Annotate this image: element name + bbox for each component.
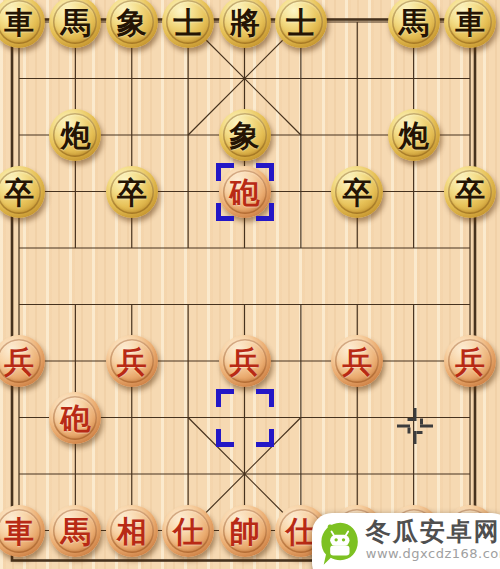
piece-glyph: 車 — [4, 8, 34, 38]
piece-glyph: 車 — [455, 8, 485, 38]
piece-glyph: 車 — [4, 517, 34, 547]
piece-black-soldier[interactable]: 卒 — [331, 166, 383, 218]
piece-glyph: 象 — [117, 8, 147, 38]
piece-black-soldier[interactable]: 卒 — [106, 166, 158, 218]
piece-glyph: 仕 — [173, 517, 203, 547]
board-grid-lines — [0, 0, 500, 569]
piece-red-advisor[interactable]: 仕 — [162, 505, 214, 557]
piece-red-cannon[interactable]: 砲 — [219, 166, 271, 218]
piece-black-soldier[interactable]: 卒 — [444, 166, 496, 218]
piece-glyph: 兵 — [230, 347, 260, 377]
piece-red-soldier[interactable]: 兵 — [106, 335, 158, 387]
android-mascot-icon — [320, 518, 359, 569]
piece-glyph: 相 — [117, 517, 147, 547]
piece-glyph: 馬 — [399, 8, 429, 38]
piece-glyph: 馬 — [60, 517, 90, 547]
piece-red-horse[interactable]: 馬 — [49, 505, 101, 557]
piece-glyph: 士 — [286, 8, 316, 38]
piece-glyph: 象 — [230, 121, 260, 151]
piece-glyph: 砲 — [60, 404, 90, 434]
piece-black-elephant[interactable]: 象 — [219, 109, 271, 161]
piece-red-soldier[interactable]: 兵 — [444, 335, 496, 387]
piece-glyph: 士 — [173, 8, 203, 38]
piece-glyph: 卒 — [342, 178, 372, 208]
piece-red-elephant[interactable]: 相 — [106, 505, 158, 557]
piece-glyph: 卒 — [455, 178, 485, 208]
piece-red-general[interactable]: 帥 — [219, 505, 271, 557]
watermark: 冬瓜安卓网 www.dgxcdz168.com — [312, 513, 500, 569]
xiangqi-board: 車馬象士將士馬車炮象炮卒卒砲卒卒兵兵兵兵兵砲車馬相仕帥仕相馬車 冬瓜安卓网 ww… — [0, 0, 500, 569]
piece-glyph: 將 — [230, 8, 260, 38]
piece-glyph: 兵 — [455, 347, 485, 377]
piece-glyph: 炮 — [60, 121, 90, 151]
piece-glyph: 兵 — [4, 347, 34, 377]
piece-glyph: 兵 — [342, 347, 372, 377]
piece-black-cannon[interactable]: 炮 — [49, 109, 101, 161]
piece-red-soldier[interactable]: 兵 — [219, 335, 271, 387]
piece-glyph: 砲 — [230, 178, 260, 208]
piece-red-soldier[interactable]: 兵 — [331, 335, 383, 387]
piece-glyph: 兵 — [117, 347, 147, 377]
watermark-site-name: 冬瓜安卓网 — [366, 518, 500, 546]
piece-glyph: 帥 — [230, 517, 260, 547]
piece-glyph: 卒 — [117, 178, 147, 208]
watermark-url: www.dgxcdz168.com — [366, 546, 500, 561]
piece-black-cannon[interactable]: 炮 — [388, 109, 440, 161]
piece-glyph: 炮 — [399, 121, 429, 151]
piece-glyph: 馬 — [60, 8, 90, 38]
piece-red-cannon[interactable]: 砲 — [49, 392, 101, 444]
piece-glyph: 卒 — [4, 178, 34, 208]
